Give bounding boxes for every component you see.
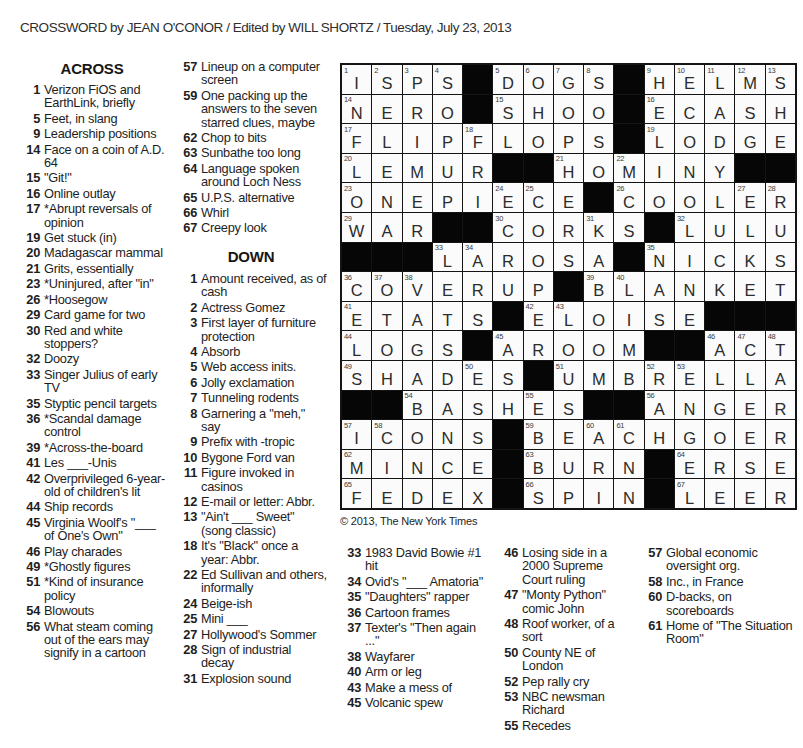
clue-number: 46	[18, 545, 40, 558]
grid-cell[interactable]: 35N	[645, 243, 674, 272]
grid-cell[interactable]: 34A	[463, 243, 492, 272]
grid-cell[interactable]: S	[614, 213, 643, 242]
grid-cell[interactable]: R	[705, 450, 734, 479]
grid-cell[interactable]: 20L	[342, 154, 371, 183]
grid-cell[interactable]: S	[766, 243, 795, 272]
grid-cell[interactable]: 46A	[705, 331, 734, 360]
cell-letter: P	[433, 192, 462, 212]
grid-cell[interactable]: 24E	[493, 183, 522, 212]
grid-cell[interactable]: 33L	[433, 243, 462, 272]
grid-cell[interactable]: R	[766, 420, 795, 449]
clue-item: 16Online outlay	[18, 187, 166, 200]
clue-number: 5	[175, 360, 197, 373]
grid-cell[interactable]: E	[766, 450, 795, 479]
clue-item: 10Bygone Ford van	[175, 451, 327, 464]
grid-cell[interactable]: 7G	[554, 65, 583, 94]
clue-text: Hollywood's Sommer	[201, 628, 327, 641]
cell-letter: E	[645, 104, 674, 124]
clue-item: 56What steam coming out of the ears may …	[18, 620, 166, 660]
grid-cell[interactable]: 8S	[584, 65, 613, 94]
grid-cell[interactable]: N	[675, 154, 704, 183]
grid-cell[interactable]: R	[493, 243, 522, 272]
clue-number: 34	[339, 575, 361, 588]
grid-cell[interactable]: 55E	[524, 391, 553, 420]
grid-cell[interactable]: P	[433, 124, 462, 153]
clue-number: 21	[18, 262, 40, 275]
grid-cell[interactable]: A	[372, 213, 401, 242]
grid-cell[interactable]: O	[584, 95, 613, 124]
grid-cell[interactable]: S	[463, 420, 492, 449]
clue-number: 48	[496, 617, 518, 644]
grid-cell[interactable]: M	[403, 154, 432, 183]
grid-cell[interactable]: L	[705, 361, 734, 390]
grid-cell[interactable]: C	[675, 95, 704, 124]
grid-cell[interactable]: 27E	[735, 183, 764, 212]
cell-letter: O	[524, 252, 553, 272]
grid-cell[interactable]: 56A	[645, 391, 674, 420]
cell-letter: I	[614, 311, 643, 331]
cell-letter: L	[705, 74, 734, 94]
cell-letter: M	[614, 163, 643, 183]
grid-cell[interactable]: E	[403, 183, 432, 212]
grid-cell[interactable]: E	[766, 124, 795, 153]
grid-cell[interactable]: 50E	[463, 361, 492, 390]
grid-cell[interactable]: O	[675, 124, 704, 153]
grid-cell[interactable]: 36C	[342, 272, 371, 301]
grid-cell[interactable]: C	[705, 243, 734, 272]
clue-item: 14Face on a coin of A.D. 64	[18, 143, 166, 170]
clue-number: 50	[496, 646, 518, 673]
grid-cell[interactable]: O	[645, 183, 674, 212]
clue-text: Red and white stoppers?	[44, 324, 166, 351]
grid-cell[interactable]: U	[554, 450, 583, 479]
grid-cell[interactable]: 66S	[524, 479, 553, 508]
clue-text: Beige-ish	[201, 597, 327, 610]
grid-cell[interactable]: N	[403, 450, 432, 479]
black-cell	[645, 479, 674, 508]
grid-cell[interactable]: S	[554, 391, 583, 420]
cell-letter: N	[403, 459, 432, 479]
grid-cell[interactable]: 9H	[645, 65, 674, 94]
cell-letter: L	[342, 340, 371, 360]
grid-cell[interactable]: N	[433, 420, 462, 449]
grid-cell[interactable]: I	[645, 154, 674, 183]
grid-cell[interactable]: I	[372, 450, 401, 479]
grid-cell[interactable]: 37O	[372, 272, 401, 301]
grid-cell[interactable]: A	[403, 361, 432, 390]
grid-cell[interactable]: 19L	[645, 124, 674, 153]
cell-letter: M	[735, 74, 764, 94]
cell-letter: S	[463, 429, 492, 449]
cell-letter: P	[433, 133, 462, 153]
grid-cell[interactable]: 43L	[554, 302, 583, 331]
clue-item: 51*Kind of insurance policy	[18, 575, 166, 602]
grid-cell[interactable]: S	[554, 243, 583, 272]
cell-letter: G	[675, 429, 704, 449]
grid-cell[interactable]: 1I	[342, 65, 371, 94]
grid-cell[interactable]: 13S	[766, 65, 795, 94]
cell-letter: I	[645, 163, 674, 183]
grid-cell[interactable]: E	[735, 479, 764, 508]
grid-cell[interactable]: M	[614, 331, 643, 360]
black-cell	[645, 213, 674, 242]
clue-item: 1Amount received, as of cash	[175, 272, 327, 299]
cell-letter: E	[766, 133, 795, 153]
grid-cell[interactable]: S	[463, 302, 492, 331]
grid-cell[interactable]: 64E	[675, 450, 704, 479]
cell-letter: D	[705, 133, 734, 153]
cell-letter: U	[766, 222, 795, 242]
grid-cell[interactable]: U	[433, 154, 462, 183]
grid-cell[interactable]: 61C	[614, 420, 643, 449]
grid-cell[interactable]: K	[735, 243, 764, 272]
cell-letter: L	[342, 163, 371, 183]
grid-cell[interactable]: E	[735, 272, 764, 301]
cell-letter: N	[614, 459, 643, 479]
cell-letter: C	[675, 104, 704, 124]
clue-text: Singer Julius of early TV	[44, 368, 166, 395]
clue-text: Home of "The Situation Room"	[666, 619, 793, 646]
grid-cell[interactable]: 51U	[554, 361, 583, 390]
cell-letter: S	[463, 311, 492, 331]
clue-number: 66	[175, 206, 197, 219]
clue-item: 4Absorb	[175, 345, 327, 358]
grid-cell[interactable]: D	[403, 479, 432, 508]
grid-cell[interactable]: O	[584, 154, 613, 183]
grid-cell[interactable]: A	[584, 243, 613, 272]
grid-cell[interactable]: E	[735, 420, 764, 449]
grid-cell[interactable]: 30C	[493, 213, 522, 242]
grid-cell[interactable]: O	[524, 124, 553, 153]
cell-letter: A	[645, 281, 674, 301]
clue-number: 9	[18, 127, 40, 140]
grid-cell[interactable]: 49S	[342, 361, 371, 390]
cell-letter: E	[766, 459, 795, 479]
grid-cell[interactable]: 58C	[372, 420, 401, 449]
grid-cell[interactable]: E	[433, 479, 462, 508]
cell-letter: S	[463, 400, 492, 420]
grid-cell[interactable]: 3P	[403, 65, 432, 94]
cell-letter: O	[675, 192, 704, 212]
grid-cell[interactable]: I	[463, 183, 492, 212]
grid-cell[interactable]: A	[705, 95, 734, 124]
grid-cell[interactable]: 63B	[524, 450, 553, 479]
cell-letter: Y	[705, 163, 734, 183]
grid-cell[interactable]: 12M	[735, 65, 764, 94]
cell-letter: A	[463, 252, 492, 272]
cell-letter: O	[705, 429, 734, 449]
black-cell	[735, 154, 764, 183]
grid-cell[interactable]: D	[433, 361, 462, 390]
cell-letter: S	[584, 74, 613, 94]
cell-letter: S	[554, 400, 583, 420]
down-clue-list-4: 57Global economic oversight org.58Inc., …	[640, 546, 793, 648]
black-cell	[493, 302, 522, 331]
cell-letter: S	[433, 74, 462, 94]
grid-cell[interactable]: G	[705, 391, 734, 420]
grid-cell[interactable]: E	[433, 272, 462, 301]
grid-cell[interactable]: C	[433, 450, 462, 479]
clue-item: 5Web access inits.	[175, 360, 327, 373]
grid-cell[interactable]: G	[403, 331, 432, 360]
black-cell	[614, 243, 643, 272]
grid-cell[interactable]: 53E	[675, 361, 704, 390]
clue-number: 42	[18, 472, 40, 499]
cell-letter: E	[554, 192, 583, 212]
grid-cell[interactable]: H	[493, 391, 522, 420]
grid-cell[interactable]: L	[705, 183, 734, 212]
grid-cell[interactable]: R	[524, 331, 553, 360]
grid-cell[interactable]: 32L	[675, 213, 704, 242]
grid-cell[interactable]: 11L	[705, 65, 734, 94]
cell-letter: F	[342, 488, 371, 508]
clue-item: 62Chop to bits	[175, 131, 327, 144]
grid-cell[interactable]: 31K	[584, 213, 613, 242]
grid-cell[interactable]: 59B	[524, 420, 553, 449]
grid-cell[interactable]: 28R	[766, 183, 795, 212]
cell-letter: L	[675, 222, 704, 242]
cell-letter: S	[584, 133, 613, 153]
clue-text: *Uninjured, after "in"	[44, 277, 166, 290]
clue-text: Card game for two	[44, 308, 166, 321]
grid-cell[interactable]: 38V	[403, 272, 432, 301]
grid-cell[interactable]: 48T	[766, 331, 795, 360]
cell-letter: S	[342, 370, 371, 390]
clue-number: 20	[18, 246, 40, 259]
grid-cell[interactable]: 44L	[342, 331, 371, 360]
grid-cell[interactable]: H	[372, 361, 401, 390]
grid-cell[interactable]: 2S	[372, 65, 401, 94]
grid-cell[interactable]: G	[735, 124, 764, 153]
grid-cell[interactable]: D	[705, 124, 734, 153]
grid-cell[interactable]: E	[372, 479, 401, 508]
grid-cell[interactable]: O	[705, 420, 734, 449]
grid-cell[interactable]: O	[584, 302, 613, 331]
clue-number: 8	[175, 407, 197, 434]
grid-cell[interactable]: O	[433, 95, 462, 124]
grid-cell[interactable]: 67L	[675, 479, 704, 508]
grid-cell[interactable]: R	[463, 272, 492, 301]
clue-item: 46Play charades	[18, 545, 166, 558]
grid-cell[interactable]: 26C	[614, 183, 643, 212]
grid-cell[interactable]: E	[463, 450, 492, 479]
cell-letter: M	[342, 459, 371, 479]
grid-cell[interactable]: Y	[705, 154, 734, 183]
grid-cell[interactable]: L	[372, 124, 401, 153]
grid-cell[interactable]: M	[584, 361, 613, 390]
clue-text: Overprivileged 6-year-old of children's …	[44, 472, 166, 499]
clue-number: 64	[175, 162, 197, 189]
grid-cell[interactable]: A	[433, 391, 462, 420]
grid-cell[interactable]: R	[766, 479, 795, 508]
cell-letter: V	[403, 281, 432, 301]
cell-letter: R	[766, 488, 795, 508]
grid-cell[interactable]: 57I	[342, 420, 371, 449]
grid-cell[interactable]: N	[675, 272, 704, 301]
grid-cell[interactable]: O	[524, 213, 553, 242]
cell-letter: O	[372, 281, 401, 301]
clue-text: Doozy	[44, 352, 166, 365]
grid-cell[interactable]: E	[554, 183, 583, 212]
grid-cell[interactable]: G	[675, 420, 704, 449]
grid-cell[interactable]: H	[524, 95, 553, 124]
grid-cell[interactable]: E	[372, 154, 401, 183]
clue-number: 46	[496, 546, 518, 586]
grid-cell[interactable]: H	[766, 95, 795, 124]
clue-number: 22	[175, 568, 197, 595]
cell-letter: S	[554, 252, 583, 272]
clue-item: 19Get stuck (in)	[18, 231, 166, 244]
grid-cell[interactable]: 4S	[433, 65, 462, 94]
grid-cell[interactable]: 18F	[463, 124, 492, 153]
clue-item: 38Wayfarer	[339, 650, 485, 663]
grid-cell[interactable]: B	[614, 361, 643, 390]
cell-letter: A	[433, 400, 462, 420]
grid-cell[interactable]: R	[403, 95, 432, 124]
clue-number: 61	[640, 619, 662, 646]
grid-cell[interactable]: R	[554, 213, 583, 242]
grid-cell[interactable]: 21H	[554, 154, 583, 183]
grid-cell[interactable]: E	[735, 391, 764, 420]
cell-letter: M	[614, 340, 643, 360]
grid-cell[interactable]: N	[614, 450, 643, 479]
grid-cell[interactable]: 6O	[524, 65, 553, 94]
grid-cell[interactable]: T	[372, 302, 401, 331]
grid-cell[interactable]: 23O	[342, 183, 371, 212]
grid-cell[interactable]: 16E	[645, 95, 674, 124]
grid-cell[interactable]: R	[463, 154, 492, 183]
clue-item: 59One packing up the answers to the seve…	[175, 89, 327, 129]
cell-letter: G	[554, 74, 583, 94]
grid-cell[interactable]: 42E	[524, 302, 553, 331]
grid-cell[interactable]: E	[372, 95, 401, 124]
grid-cell[interactable]: R	[403, 213, 432, 242]
grid-cell[interactable]: U	[493, 272, 522, 301]
grid-cell[interactable]: S	[735, 450, 764, 479]
grid-cell[interactable]: H	[645, 420, 674, 449]
grid-cell[interactable]: S	[493, 361, 522, 390]
grid-cell[interactable]: N	[675, 391, 704, 420]
grid-cell[interactable]: A	[645, 272, 674, 301]
grid-cell[interactable]: X	[463, 479, 492, 508]
grid-cell[interactable]: K	[705, 272, 734, 301]
clue-number: 7	[175, 391, 197, 404]
grid-cell[interactable]: U	[705, 213, 734, 242]
down-clue-list-1: 1Amount received, as of cash2Actress Gom…	[175, 272, 327, 685]
black-cell	[463, 213, 492, 242]
grid-cell[interactable]: S	[645, 302, 674, 331]
grid-cell[interactable]: O	[524, 243, 553, 272]
clue-text: Texter's "Then again ..."	[365, 621, 485, 648]
grid-cell[interactable]: I	[675, 243, 704, 272]
cell-letter: P	[524, 281, 553, 301]
grid-cell[interactable]: P	[524, 272, 553, 301]
clue-text: Jolly exclamation	[201, 376, 327, 389]
grid-cell[interactable]: 29W	[342, 213, 371, 242]
grid-cell[interactable]: P	[554, 124, 583, 153]
cell-letter: E	[735, 281, 764, 301]
grid-cell[interactable]: T	[766, 272, 795, 301]
grid-cell[interactable]: P	[433, 183, 462, 212]
grid-cell[interactable]: L	[493, 124, 522, 153]
clue-text: *Abrupt reversals of opinion	[44, 202, 166, 229]
grid-cell[interactable]: N	[372, 183, 401, 212]
crossword-grid[interactable]: 1I2S3P4S5D6O7G8S9H10E11L12M13S14NERO15SH…	[340, 63, 797, 510]
grid-cell[interactable]: 25C	[524, 183, 553, 212]
grid-cell[interactable]: 14N	[342, 95, 371, 124]
grid-cell[interactable]: I	[584, 479, 613, 508]
clue-number: 39	[18, 441, 40, 454]
clue-number: 45	[339, 696, 361, 709]
grid-cell[interactable]: 65F	[342, 479, 371, 508]
grid-cell[interactable]: L	[735, 361, 764, 390]
grid-cell[interactable]: O	[554, 95, 583, 124]
grid-cell[interactable]: O	[554, 331, 583, 360]
grid-cell[interactable]: I	[403, 124, 432, 153]
grid-cell[interactable]: O	[403, 420, 432, 449]
grid-cell[interactable]: 41E	[342, 302, 371, 331]
grid-cell[interactable]: 5D	[493, 65, 522, 94]
grid-cell[interactable]: S	[433, 331, 462, 360]
grid-cell[interactable]: O	[372, 331, 401, 360]
grid-cell[interactable]: 47C	[735, 331, 764, 360]
grid-cell[interactable]: E	[554, 420, 583, 449]
grid-cell[interactable]: S	[735, 95, 764, 124]
grid-cell[interactable]: E	[675, 302, 704, 331]
grid-cell[interactable]: S	[463, 391, 492, 420]
cell-letter: N	[675, 163, 704, 183]
grid-cell[interactable]: A	[766, 361, 795, 390]
cell-letter: A	[705, 104, 734, 124]
cell-letter: P	[554, 488, 583, 508]
cell-letter: C	[433, 459, 462, 479]
grid-cell[interactable]: 62M	[342, 450, 371, 479]
grid-cell[interactable]: 22M	[614, 154, 643, 183]
clue-number: 65	[175, 191, 197, 204]
grid-cell[interactable]: R	[584, 450, 613, 479]
grid-cell[interactable]: E	[705, 479, 734, 508]
cell-letter: H	[645, 429, 674, 449]
grid-cell[interactable]: O	[675, 183, 704, 212]
grid-cell[interactable]: T	[433, 302, 462, 331]
grid-cell[interactable]: 54B	[403, 391, 432, 420]
cell-letter: A	[372, 222, 401, 242]
grid-cell[interactable]: 39B	[584, 272, 613, 301]
grid-cell[interactable]: 60A	[584, 420, 613, 449]
grid-cell[interactable]: 45A	[493, 331, 522, 360]
clue-text: Virginia Woolf's "___ of One's Own"	[44, 516, 166, 543]
grid-cell[interactable]: I	[614, 302, 643, 331]
grid-cell[interactable]: 10E	[675, 65, 704, 94]
grid-cell[interactable]: N	[614, 479, 643, 508]
grid-cell[interactable]: U	[766, 213, 795, 242]
clue-text: Web access inits.	[201, 360, 327, 373]
grid-cell[interactable]: P	[554, 479, 583, 508]
cell-letter: S	[614, 222, 643, 242]
grid-cell[interactable]: S	[584, 124, 613, 153]
clue-number: 13	[175, 510, 197, 537]
grid-cell[interactable]: 17F	[342, 124, 371, 153]
grid-cell[interactable]: A	[403, 302, 432, 331]
grid-cell[interactable]: R	[766, 391, 795, 420]
grid-cell[interactable]: 40L	[614, 272, 643, 301]
grid-cell[interactable]: O	[584, 331, 613, 360]
grid-cell[interactable]: L	[735, 213, 764, 242]
black-cell	[524, 361, 553, 390]
grid-cell[interactable]: 52R	[645, 361, 674, 390]
grid-cell[interactable]: 15S	[493, 95, 522, 124]
clue-text: Les ___-Unis	[44, 456, 166, 469]
